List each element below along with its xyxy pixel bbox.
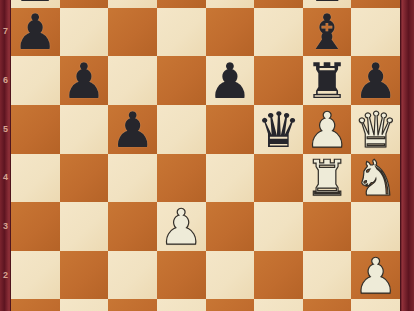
board-square [254,299,303,311]
board-square [303,202,352,251]
board-square [11,105,60,154]
board-square [206,251,255,300]
board-square [254,0,303,8]
board-square [60,0,109,8]
board-square: ♛ [254,105,303,154]
board-square [108,251,157,300]
rank-label-7: 7 [0,26,11,37]
piece-black-bishop: ♝ [305,8,349,57]
board-square [60,105,109,154]
board-square [108,0,157,8]
board-square [206,0,255,8]
piece-white-pawn: ♟ [159,203,203,252]
piece-black-pawn: ♟ [208,57,252,106]
board-square [351,0,400,8]
board-square [254,154,303,203]
board-square [157,251,206,300]
board-square [157,8,206,57]
piece-black-pawn: ♟ [62,57,106,106]
board-square: ♟ [108,105,157,154]
board-square [206,154,255,203]
piece-white-rook: ♜ [305,154,349,203]
piece-black-queen: ♛ [257,106,301,155]
board-square [11,56,60,105]
board-square: ♟ [11,8,60,57]
board-square [254,56,303,105]
chess-diagram: ♜♚♟♝♟♟♜♟♟♛♟♛♜♞♟♟ 765432 [0,0,414,311]
board-frame-left [0,0,11,311]
board-square: ♝ [303,8,352,57]
board-square [351,8,400,57]
rank-label-2: 2 [0,270,11,281]
piece-white-knight: ♞ [354,154,398,203]
board-square [11,299,60,311]
board-square [108,56,157,105]
board-square [351,202,400,251]
piece-black-rook: ♜ [305,57,349,106]
board-square [60,251,109,300]
board-square: ♜ [303,56,352,105]
board-square [157,56,206,105]
board-square: ♜ [303,154,352,203]
board-square [108,8,157,57]
rank-label-5: 5 [0,124,11,135]
board-square [157,154,206,203]
board-square: ♞ [351,154,400,203]
board-square [60,202,109,251]
piece-black-pawn: ♟ [111,106,155,155]
board-square [108,299,157,311]
board-square: ♟ [351,56,400,105]
board-square [11,251,60,300]
piece-white-pawn: ♟ [305,106,349,155]
rank-label-6: 6 [0,75,11,86]
board-square [254,8,303,57]
board-square: ♛ [351,105,400,154]
piece-black-pawn: ♟ [354,57,398,106]
board-square [60,154,109,203]
board-square [157,299,206,311]
board-square [157,0,206,8]
board-square [254,202,303,251]
board-square: ♟ [157,202,206,251]
board-square [254,251,303,300]
rank-label-3: 3 [0,221,11,232]
board-square [351,299,400,311]
board-square [108,154,157,203]
board-square: ♟ [303,105,352,154]
board-square [157,105,206,154]
board-square: ♟ [60,56,109,105]
rank-label-4: 4 [0,172,11,183]
board-square [11,202,60,251]
board-square [303,251,352,300]
board-square [60,8,109,57]
board-square: ♟ [351,251,400,300]
board-square [11,154,60,203]
board-square: ♟ [206,56,255,105]
piece-black-pawn: ♟ [13,8,57,57]
board-square [206,202,255,251]
chess-board: ♜♚♟♝♟♟♜♟♟♛♟♛♜♞♟♟ [11,0,400,311]
board-square [206,299,255,311]
piece-white-pawn: ♟ [354,252,398,301]
board-square [60,299,109,311]
board-frame-right [400,0,414,311]
board-square [303,299,352,311]
board-square [108,202,157,251]
board-square [206,8,255,57]
piece-white-queen: ♛ [354,106,398,155]
board-square [206,105,255,154]
